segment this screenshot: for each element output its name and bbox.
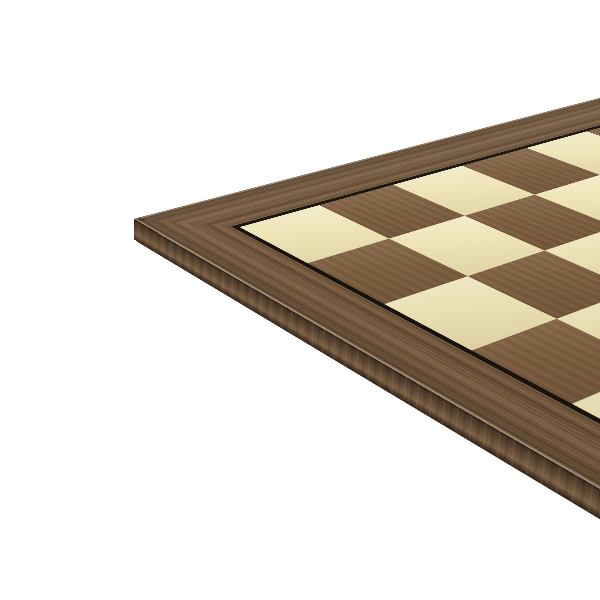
- square: [472, 319, 600, 404]
- product-photo-background: [0, 0, 600, 600]
- square: [572, 367, 600, 465]
- square: [545, 227, 600, 290]
- square: [389, 216, 545, 276]
- square: [307, 239, 467, 304]
- square: [468, 251, 600, 319]
- square: [557, 290, 600, 368]
- square: [384, 276, 557, 350]
- board-top-face: [134, 64, 600, 600]
